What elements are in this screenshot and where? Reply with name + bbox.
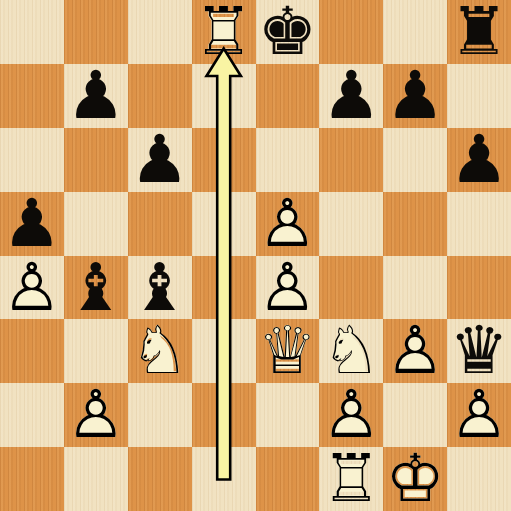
square-d3[interactable]: [192, 319, 256, 383]
square-c2[interactable]: [128, 383, 192, 447]
square-a2[interactable]: [0, 383, 64, 447]
black-rook[interactable]: ♜: [447, 0, 511, 64]
square-c8[interactable]: [128, 0, 192, 64]
square-h2[interactable]: ♟♙: [447, 383, 511, 447]
square-d4[interactable]: [192, 256, 256, 320]
black-king[interactable]: ♚: [256, 0, 320, 64]
black-pawn-glyph: ♟: [447, 128, 511, 192]
square-a6[interactable]: [0, 128, 64, 192]
white-pawn-outline: ♙: [319, 383, 383, 447]
square-e3[interactable]: ♛♕: [256, 319, 320, 383]
black-pawn[interactable]: ♟: [128, 128, 192, 192]
black-queen[interactable]: ♛: [447, 319, 511, 383]
square-d5[interactable]: [192, 192, 256, 256]
square-e7[interactable]: [256, 64, 320, 128]
square-e4[interactable]: ♟♙: [256, 256, 320, 320]
square-f6[interactable]: [319, 128, 383, 192]
white-pawn[interactable]: ♟♙: [447, 383, 511, 447]
white-rook[interactable]: ♜♖: [192, 0, 256, 64]
square-b1[interactable]: [64, 447, 128, 511]
white-queen-outline: ♕: [256, 319, 320, 383]
white-pawn[interactable]: ♟♙: [0, 256, 64, 320]
square-b8[interactable]: [64, 0, 128, 64]
square-g4[interactable]: [383, 256, 447, 320]
white-pawn[interactable]: ♟♙: [64, 383, 128, 447]
white-knight[interactable]: ♞♘: [128, 319, 192, 383]
square-f1[interactable]: ♜♖: [319, 447, 383, 511]
black-pawn[interactable]: ♟: [319, 64, 383, 128]
black-bishop[interactable]: ♝: [64, 256, 128, 320]
black-pawn-glyph: ♟: [383, 64, 447, 128]
square-f7[interactable]: ♟: [319, 64, 383, 128]
square-g7[interactable]: ♟: [383, 64, 447, 128]
square-c4[interactable]: ♝: [128, 256, 192, 320]
square-a8[interactable]: [0, 0, 64, 64]
white-rook[interactable]: ♜♖: [319, 447, 383, 511]
chess-board-screenshot: ♜♖♚♜♟♟♟♟♟♟♟♙♟♙♝♝♟♙♞♘♛♕♞♘♟♙♛♟♙♟♙♟♙♜♖♚♔: [0, 0, 511, 511]
black-pawn[interactable]: ♟: [447, 128, 511, 192]
square-d6[interactable]: [192, 128, 256, 192]
square-h6[interactable]: ♟: [447, 128, 511, 192]
square-b7[interactable]: ♟: [64, 64, 128, 128]
square-c7[interactable]: [128, 64, 192, 128]
square-b5[interactable]: [64, 192, 128, 256]
square-h1[interactable]: [447, 447, 511, 511]
white-pawn[interactable]: ♟♙: [256, 192, 320, 256]
white-knight-outline: ♘: [128, 319, 192, 383]
square-f8[interactable]: [319, 0, 383, 64]
black-pawn[interactable]: ♟: [383, 64, 447, 128]
square-f4[interactable]: [319, 256, 383, 320]
white-pawn-outline: ♙: [447, 383, 511, 447]
square-e1[interactable]: [256, 447, 320, 511]
square-c3[interactable]: ♞♘: [128, 319, 192, 383]
square-g8[interactable]: [383, 0, 447, 64]
square-e5[interactable]: ♟♙: [256, 192, 320, 256]
square-d2[interactable]: [192, 383, 256, 447]
square-h4[interactable]: [447, 256, 511, 320]
white-king[interactable]: ♚♔: [383, 447, 447, 511]
black-pawn[interactable]: ♟: [64, 64, 128, 128]
white-pawn-outline: ♙: [383, 319, 447, 383]
white-pawn[interactable]: ♟♙: [383, 319, 447, 383]
square-d7[interactable]: [192, 64, 256, 128]
square-f2[interactable]: ♟♙: [319, 383, 383, 447]
white-rook-outline: ♖: [319, 447, 383, 511]
white-pawn-outline: ♙: [256, 256, 320, 320]
square-b4[interactable]: ♝: [64, 256, 128, 320]
black-pawn-glyph: ♟: [319, 64, 383, 128]
black-queen-glyph: ♛: [447, 319, 511, 383]
square-h7[interactable]: [447, 64, 511, 128]
white-pawn-outline: ♙: [256, 192, 320, 256]
square-f5[interactable]: [319, 192, 383, 256]
square-c6[interactable]: ♟: [128, 128, 192, 192]
square-c1[interactable]: [128, 447, 192, 511]
white-pawn-outline: ♙: [0, 256, 64, 320]
square-g2[interactable]: [383, 383, 447, 447]
white-pawn-outline: ♙: [64, 383, 128, 447]
black-pawn-glyph: ♟: [128, 128, 192, 192]
square-a7[interactable]: [0, 64, 64, 128]
white-pawn[interactable]: ♟♙: [319, 383, 383, 447]
square-h8[interactable]: ♜: [447, 0, 511, 64]
square-a5[interactable]: ♟: [0, 192, 64, 256]
black-bishop-glyph: ♝: [128, 256, 192, 320]
white-rook-outline: ♖: [192, 0, 256, 64]
white-pawn[interactable]: ♟♙: [256, 256, 320, 320]
black-king-glyph: ♚: [256, 0, 320, 64]
square-b2[interactable]: ♟♙: [64, 383, 128, 447]
square-g3[interactable]: ♟♙: [383, 319, 447, 383]
square-a4[interactable]: ♟♙: [0, 256, 64, 320]
square-f3[interactable]: ♞♘: [319, 319, 383, 383]
square-g5[interactable]: [383, 192, 447, 256]
square-g6[interactable]: [383, 128, 447, 192]
square-a1[interactable]: [0, 447, 64, 511]
black-bishop-glyph: ♝: [64, 256, 128, 320]
square-e8[interactable]: ♚: [256, 0, 320, 64]
white-knight[interactable]: ♞♘: [319, 319, 383, 383]
square-d1[interactable]: [192, 447, 256, 511]
square-a3[interactable]: [0, 319, 64, 383]
black-pawn-glyph: ♟: [0, 192, 64, 256]
square-h3[interactable]: ♛: [447, 319, 511, 383]
square-e6[interactable]: [256, 128, 320, 192]
chess-board: ♜♖♚♜♟♟♟♟♟♟♟♙♟♙♝♝♟♙♞♘♛♕♞♘♟♙♛♟♙♟♙♟♙♜♖♚♔: [0, 0, 511, 511]
white-knight-outline: ♘: [319, 319, 383, 383]
square-e2[interactable]: [256, 383, 320, 447]
white-queen[interactable]: ♛♕: [256, 319, 320, 383]
black-bishop[interactable]: ♝: [128, 256, 192, 320]
square-d8[interactable]: ♜♖: [192, 0, 256, 64]
white-king-outline: ♔: [383, 447, 447, 511]
black-rook-glyph: ♜: [447, 0, 511, 64]
square-c5[interactable]: [128, 192, 192, 256]
square-b3[interactable]: [64, 319, 128, 383]
square-g1[interactable]: ♚♔: [383, 447, 447, 511]
black-pawn-glyph: ♟: [64, 64, 128, 128]
square-b6[interactable]: [64, 128, 128, 192]
black-pawn[interactable]: ♟: [0, 192, 64, 256]
square-h5[interactable]: [447, 192, 511, 256]
